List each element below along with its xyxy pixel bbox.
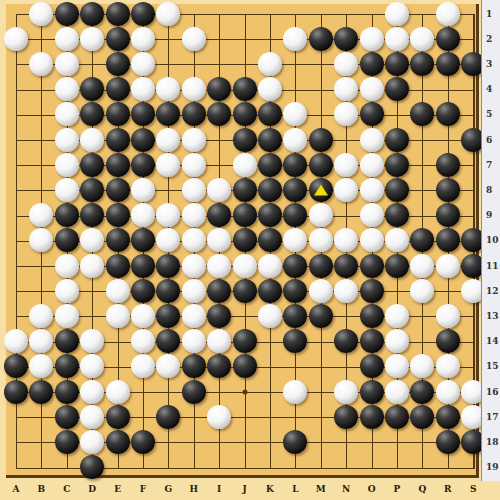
white-stone-p15[interactable] bbox=[385, 354, 409, 378]
black-stone-l12[interactable] bbox=[283, 279, 307, 303]
white-stone-p16[interactable] bbox=[385, 380, 409, 404]
black-stone-i5[interactable] bbox=[207, 102, 231, 126]
black-stone-i13[interactable] bbox=[207, 304, 231, 328]
white-stone-r13[interactable] bbox=[436, 304, 460, 328]
white-stone-n16[interactable] bbox=[334, 380, 358, 404]
white-stone-c4[interactable] bbox=[55, 77, 79, 101]
black-stone-k5[interactable] bbox=[258, 102, 282, 126]
col-label-c: C bbox=[63, 484, 70, 494]
col-label-g: G bbox=[165, 484, 173, 494]
white-stone-r11[interactable] bbox=[436, 254, 460, 278]
black-stone-j15[interactable] bbox=[233, 354, 257, 378]
row-label-16: 16 bbox=[486, 387, 499, 397]
white-stone-d11[interactable] bbox=[80, 254, 104, 278]
white-stone-o4[interactable] bbox=[360, 77, 384, 101]
black-stone-q10[interactable] bbox=[410, 228, 434, 252]
black-stone-g12[interactable] bbox=[156, 279, 180, 303]
white-stone-f3[interactable] bbox=[131, 52, 155, 76]
black-stone-e8[interactable] bbox=[106, 178, 130, 202]
black-stone-c15[interactable] bbox=[55, 354, 79, 378]
row-number-strip: 12345678910111213141516171819 bbox=[481, 0, 500, 481]
black-stone-e17[interactable] bbox=[106, 405, 130, 429]
black-stone-e6[interactable] bbox=[106, 128, 130, 152]
white-stone-k11[interactable] bbox=[258, 254, 282, 278]
black-stone-h15[interactable] bbox=[182, 354, 206, 378]
row-label-14: 14 bbox=[486, 336, 499, 346]
black-stone-l9[interactable] bbox=[283, 203, 307, 227]
go-app-window: 12345678910111213141516171819 ABCDEFGHIJ… bbox=[0, 0, 500, 500]
col-label-e: E bbox=[114, 484, 121, 494]
black-stone-i9[interactable] bbox=[207, 203, 231, 227]
white-stone-o10[interactable] bbox=[360, 228, 384, 252]
black-stone-p3[interactable] bbox=[385, 52, 409, 76]
white-stone-g10[interactable] bbox=[156, 228, 180, 252]
black-stone-o14[interactable] bbox=[360, 329, 384, 353]
white-stone-c6[interactable] bbox=[55, 128, 79, 152]
black-stone-g13[interactable] bbox=[156, 304, 180, 328]
black-stone-o11[interactable] bbox=[360, 254, 384, 278]
black-stone-o15[interactable] bbox=[360, 354, 384, 378]
white-stone-c8[interactable] bbox=[55, 178, 79, 202]
white-stone-g15[interactable] bbox=[156, 354, 180, 378]
black-stone-p7[interactable] bbox=[385, 153, 409, 177]
white-stone-q12[interactable] bbox=[410, 279, 434, 303]
black-stone-a15[interactable] bbox=[4, 354, 28, 378]
black-stone-m6[interactable] bbox=[309, 128, 333, 152]
black-stone-k8[interactable] bbox=[258, 178, 282, 202]
white-stone-f8[interactable] bbox=[131, 178, 155, 202]
white-stone-d14[interactable] bbox=[80, 329, 104, 353]
col-label-a: A bbox=[13, 484, 20, 494]
black-stone-p6[interactable] bbox=[385, 128, 409, 152]
row-label-8: 8 bbox=[486, 185, 492, 195]
col-label-r: R bbox=[444, 484, 451, 494]
white-stone-l16[interactable] bbox=[283, 380, 307, 404]
black-stone-r14[interactable] bbox=[436, 329, 460, 353]
black-stone-f7[interactable] bbox=[131, 153, 155, 177]
white-stone-h2[interactable] bbox=[182, 27, 206, 51]
white-stone-l2[interactable] bbox=[283, 27, 307, 51]
black-stone-d1[interactable] bbox=[80, 2, 104, 26]
last-move-triangle-marker bbox=[314, 185, 328, 196]
black-stone-m2[interactable] bbox=[309, 27, 333, 51]
row-label-6: 6 bbox=[486, 135, 492, 145]
black-stone-d4[interactable] bbox=[80, 77, 104, 101]
col-label-l: L bbox=[292, 484, 298, 494]
row-label-1: 1 bbox=[486, 9, 492, 19]
white-stone-d2[interactable] bbox=[80, 27, 104, 51]
white-stone-m10[interactable] bbox=[309, 228, 333, 252]
black-stone-c1[interactable] bbox=[55, 2, 79, 26]
black-stone-g14[interactable] bbox=[156, 329, 180, 353]
black-stone-k7[interactable] bbox=[258, 153, 282, 177]
white-stone-c11[interactable] bbox=[55, 254, 79, 278]
black-stone-r7[interactable] bbox=[436, 153, 460, 177]
black-stone-r17[interactable] bbox=[436, 405, 460, 429]
white-stone-h9[interactable] bbox=[182, 203, 206, 227]
black-stone-p9[interactable] bbox=[385, 203, 409, 227]
black-stone-f6[interactable] bbox=[131, 128, 155, 152]
black-stone-c10[interactable] bbox=[55, 228, 79, 252]
black-stone-p17[interactable] bbox=[385, 405, 409, 429]
black-stone-g17[interactable] bbox=[156, 405, 180, 429]
black-stone-f12[interactable] bbox=[131, 279, 155, 303]
black-stone-n17[interactable] bbox=[334, 405, 358, 429]
white-stone-l6[interactable] bbox=[283, 128, 307, 152]
black-stone-i12[interactable] bbox=[207, 279, 231, 303]
black-stone-o17[interactable] bbox=[360, 405, 384, 429]
row-label-15: 15 bbox=[486, 361, 499, 371]
black-stone-l11[interactable] bbox=[283, 254, 307, 278]
white-stone-b14[interactable] bbox=[29, 329, 53, 353]
col-label-m: M bbox=[316, 484, 326, 494]
black-stone-p11[interactable] bbox=[385, 254, 409, 278]
white-stone-f13[interactable] bbox=[131, 304, 155, 328]
black-stone-p8[interactable] bbox=[385, 178, 409, 202]
black-stone-d5[interactable] bbox=[80, 102, 104, 126]
black-stone-f10[interactable] bbox=[131, 228, 155, 252]
row-label-18: 18 bbox=[486, 437, 499, 447]
white-stone-n12[interactable] bbox=[334, 279, 358, 303]
black-stone-l13[interactable] bbox=[283, 304, 307, 328]
col-label-o: O bbox=[368, 484, 376, 494]
white-stone-n10[interactable] bbox=[334, 228, 358, 252]
black-stone-e1[interactable] bbox=[106, 2, 130, 26]
black-stone-q5[interactable] bbox=[410, 102, 434, 126]
row-label-4: 4 bbox=[486, 84, 492, 94]
white-stone-g6[interactable] bbox=[156, 128, 180, 152]
black-stone-j4[interactable] bbox=[233, 77, 257, 101]
white-stone-c7[interactable] bbox=[55, 153, 79, 177]
white-stone-o7[interactable] bbox=[360, 153, 384, 177]
white-stone-c5[interactable] bbox=[55, 102, 79, 126]
black-stone-e18[interactable] bbox=[106, 430, 130, 454]
white-stone-p1[interactable] bbox=[385, 2, 409, 26]
black-stone-j6[interactable] bbox=[233, 128, 257, 152]
black-stone-i15[interactable] bbox=[207, 354, 231, 378]
black-stone-c14[interactable] bbox=[55, 329, 79, 353]
white-stone-n5[interactable] bbox=[334, 102, 358, 126]
black-stone-j10[interactable] bbox=[233, 228, 257, 252]
white-stone-i14[interactable] bbox=[207, 329, 231, 353]
white-stone-b15[interactable] bbox=[29, 354, 53, 378]
black-stone-e9[interactable] bbox=[106, 203, 130, 227]
black-stone-j9[interactable] bbox=[233, 203, 257, 227]
white-stone-g4[interactable] bbox=[156, 77, 180, 101]
white-stone-o9[interactable] bbox=[360, 203, 384, 227]
black-stone-b16[interactable] bbox=[29, 380, 53, 404]
white-stone-h10[interactable] bbox=[182, 228, 206, 252]
black-stone-e3[interactable] bbox=[106, 52, 130, 76]
col-label-h: H bbox=[190, 484, 199, 494]
white-stone-h13[interactable] bbox=[182, 304, 206, 328]
white-stone-b10[interactable] bbox=[29, 228, 53, 252]
white-stone-h7[interactable] bbox=[182, 153, 206, 177]
go-board[interactable] bbox=[6, 4, 479, 478]
black-stone-l7[interactable] bbox=[283, 153, 307, 177]
white-stone-i11[interactable] bbox=[207, 254, 231, 278]
white-stone-i10[interactable] bbox=[207, 228, 231, 252]
black-stone-l8[interactable] bbox=[283, 178, 307, 202]
white-stone-e12[interactable] bbox=[106, 279, 130, 303]
white-stone-d10[interactable] bbox=[80, 228, 104, 252]
col-label-k: K bbox=[266, 484, 274, 494]
white-stone-f15[interactable] bbox=[131, 354, 155, 378]
black-stone-k6[interactable] bbox=[258, 128, 282, 152]
star-point-j16 bbox=[242, 389, 247, 394]
row-label-17: 17 bbox=[486, 412, 499, 422]
white-stone-q15[interactable] bbox=[410, 354, 434, 378]
black-stone-d7[interactable] bbox=[80, 153, 104, 177]
black-stone-g11[interactable] bbox=[156, 254, 180, 278]
black-stone-d9[interactable] bbox=[80, 203, 104, 227]
white-stone-h11[interactable] bbox=[182, 254, 206, 278]
black-stone-m11[interactable] bbox=[309, 254, 333, 278]
black-stone-r5[interactable] bbox=[436, 102, 460, 126]
black-stone-m13[interactable] bbox=[309, 304, 333, 328]
black-stone-c18[interactable] bbox=[55, 430, 79, 454]
col-label-q: Q bbox=[418, 484, 426, 494]
white-stone-i17[interactable] bbox=[207, 405, 231, 429]
black-stone-p4[interactable] bbox=[385, 77, 409, 101]
black-stone-q3[interactable] bbox=[410, 52, 434, 76]
black-stone-i4[interactable] bbox=[207, 77, 231, 101]
white-stone-n4[interactable] bbox=[334, 77, 358, 101]
black-stone-n2[interactable] bbox=[334, 27, 358, 51]
white-stone-d16[interactable] bbox=[80, 380, 104, 404]
white-stone-h12[interactable] bbox=[182, 279, 206, 303]
white-stone-d15[interactable] bbox=[80, 354, 104, 378]
black-stone-o16[interactable] bbox=[360, 380, 384, 404]
black-stone-e5[interactable] bbox=[106, 102, 130, 126]
col-label-s: S bbox=[470, 484, 477, 494]
white-stone-r15[interactable] bbox=[436, 354, 460, 378]
white-stone-h14[interactable] bbox=[182, 329, 206, 353]
white-stone-l5[interactable] bbox=[283, 102, 307, 126]
white-stone-q11[interactable] bbox=[410, 254, 434, 278]
row-label-12: 12 bbox=[486, 286, 499, 296]
black-stone-c9[interactable] bbox=[55, 203, 79, 227]
black-stone-k9[interactable] bbox=[258, 203, 282, 227]
white-stone-f14[interactable] bbox=[131, 329, 155, 353]
black-stone-k10[interactable] bbox=[258, 228, 282, 252]
black-stone-r10[interactable] bbox=[436, 228, 460, 252]
white-stone-a2[interactable] bbox=[4, 27, 28, 51]
white-stone-j7[interactable] bbox=[233, 153, 257, 177]
white-stone-b13[interactable] bbox=[29, 304, 53, 328]
black-stone-a16[interactable] bbox=[4, 380, 28, 404]
white-stone-f4[interactable] bbox=[131, 77, 155, 101]
white-stone-m12[interactable] bbox=[309, 279, 333, 303]
black-stone-j5[interactable] bbox=[233, 102, 257, 126]
black-stone-m7[interactable] bbox=[309, 153, 333, 177]
white-stone-b3[interactable] bbox=[29, 52, 53, 76]
white-stone-i8[interactable] bbox=[207, 178, 231, 202]
white-stone-r1[interactable] bbox=[436, 2, 460, 26]
row-label-2: 2 bbox=[486, 34, 492, 44]
white-stone-k4[interactable] bbox=[258, 77, 282, 101]
row-label-10: 10 bbox=[486, 235, 499, 245]
white-stone-p10[interactable] bbox=[385, 228, 409, 252]
black-stone-l18[interactable] bbox=[283, 430, 307, 454]
black-stone-r2[interactable] bbox=[436, 27, 460, 51]
white-stone-n3[interactable] bbox=[334, 52, 358, 76]
white-stone-f9[interactable] bbox=[131, 203, 155, 227]
white-stone-h8[interactable] bbox=[182, 178, 206, 202]
white-stone-q2[interactable] bbox=[410, 27, 434, 51]
white-stone-k3[interactable] bbox=[258, 52, 282, 76]
white-stone-b9[interactable] bbox=[29, 203, 53, 227]
col-label-d: D bbox=[88, 484, 96, 494]
white-stone-l10[interactable] bbox=[283, 228, 307, 252]
black-stone-q16[interactable] bbox=[410, 380, 434, 404]
white-stone-d17[interactable] bbox=[80, 405, 104, 429]
row-label-3: 3 bbox=[486, 59, 492, 69]
white-stone-p2[interactable] bbox=[385, 27, 409, 51]
black-stone-c17[interactable] bbox=[55, 405, 79, 429]
black-stone-f1[interactable] bbox=[131, 2, 155, 26]
white-stone-f2[interactable] bbox=[131, 27, 155, 51]
white-stone-a14[interactable] bbox=[4, 329, 28, 353]
white-stone-n8[interactable] bbox=[334, 178, 358, 202]
black-stone-f18[interactable] bbox=[131, 430, 155, 454]
black-stone-r3[interactable] bbox=[436, 52, 460, 76]
black-stone-r8[interactable] bbox=[436, 178, 460, 202]
black-stone-d8[interactable] bbox=[80, 178, 104, 202]
black-stone-o13[interactable] bbox=[360, 304, 384, 328]
black-stone-r9[interactable] bbox=[436, 203, 460, 227]
row-label-13: 13 bbox=[486, 311, 499, 321]
col-label-j: J bbox=[242, 484, 246, 494]
row-label-11: 11 bbox=[486, 261, 499, 271]
black-stone-h5[interactable] bbox=[182, 102, 206, 126]
black-stone-f11[interactable] bbox=[131, 254, 155, 278]
white-stone-c12[interactable] bbox=[55, 279, 79, 303]
black-stone-c16[interactable] bbox=[55, 380, 79, 404]
black-stone-n14[interactable] bbox=[334, 329, 358, 353]
black-stone-e11[interactable] bbox=[106, 254, 130, 278]
col-label-i: I bbox=[217, 484, 221, 494]
white-stone-d18[interactable] bbox=[80, 430, 104, 454]
white-stone-n7[interactable] bbox=[334, 153, 358, 177]
white-stone-o8[interactable] bbox=[360, 178, 384, 202]
white-stone-o2[interactable] bbox=[360, 27, 384, 51]
white-stone-g7[interactable] bbox=[156, 153, 180, 177]
white-stone-g1[interactable] bbox=[156, 2, 180, 26]
white-stone-d6[interactable] bbox=[80, 128, 104, 152]
white-stone-c3[interactable] bbox=[55, 52, 79, 76]
white-stone-k13[interactable] bbox=[258, 304, 282, 328]
black-stone-g5[interactable] bbox=[156, 102, 180, 126]
white-stone-j11[interactable] bbox=[233, 254, 257, 278]
col-label-p: P bbox=[394, 484, 401, 494]
white-stone-c2[interactable] bbox=[55, 27, 79, 51]
white-stone-e13[interactable] bbox=[106, 304, 130, 328]
black-stone-d19[interactable] bbox=[80, 455, 104, 479]
white-stone-r16[interactable] bbox=[436, 380, 460, 404]
black-stone-n11[interactable] bbox=[334, 254, 358, 278]
white-stone-g9[interactable] bbox=[156, 203, 180, 227]
black-stone-o12[interactable] bbox=[360, 279, 384, 303]
col-label-b: B bbox=[38, 484, 46, 494]
row-label-7: 7 bbox=[486, 160, 492, 170]
white-stone-o6[interactable] bbox=[360, 128, 384, 152]
white-stone-p14[interactable] bbox=[385, 329, 409, 353]
black-stone-e2[interactable] bbox=[106, 27, 130, 51]
black-stone-j8[interactable] bbox=[233, 178, 257, 202]
black-stone-j12[interactable] bbox=[233, 279, 257, 303]
black-stone-e4[interactable] bbox=[106, 77, 130, 101]
col-label-f: F bbox=[140, 484, 146, 494]
black-stone-o5[interactable] bbox=[360, 102, 384, 126]
row-label-9: 9 bbox=[486, 210, 492, 220]
black-stone-l14[interactable] bbox=[283, 329, 307, 353]
black-stone-e10[interactable] bbox=[106, 228, 130, 252]
white-stone-m9[interactable] bbox=[309, 203, 333, 227]
white-stone-c13[interactable] bbox=[55, 304, 79, 328]
black-stone-o3[interactable] bbox=[360, 52, 384, 76]
white-stone-p13[interactable] bbox=[385, 304, 409, 328]
black-stone-q17[interactable] bbox=[410, 405, 434, 429]
black-stone-e7[interactable] bbox=[106, 153, 130, 177]
white-stone-e16[interactable] bbox=[106, 380, 130, 404]
black-stone-h16[interactable] bbox=[182, 380, 206, 404]
black-stone-r18[interactable] bbox=[436, 430, 460, 454]
black-stone-j14[interactable] bbox=[233, 329, 257, 353]
white-stone-b1[interactable] bbox=[29, 2, 53, 26]
white-stone-h4[interactable] bbox=[182, 77, 206, 101]
col-label-n: N bbox=[342, 484, 350, 494]
black-stone-f5[interactable] bbox=[131, 102, 155, 126]
white-stone-h6[interactable] bbox=[182, 128, 206, 152]
black-stone-k12[interactable] bbox=[258, 279, 282, 303]
row-label-5: 5 bbox=[486, 109, 492, 119]
row-label-19: 19 bbox=[486, 462, 499, 472]
